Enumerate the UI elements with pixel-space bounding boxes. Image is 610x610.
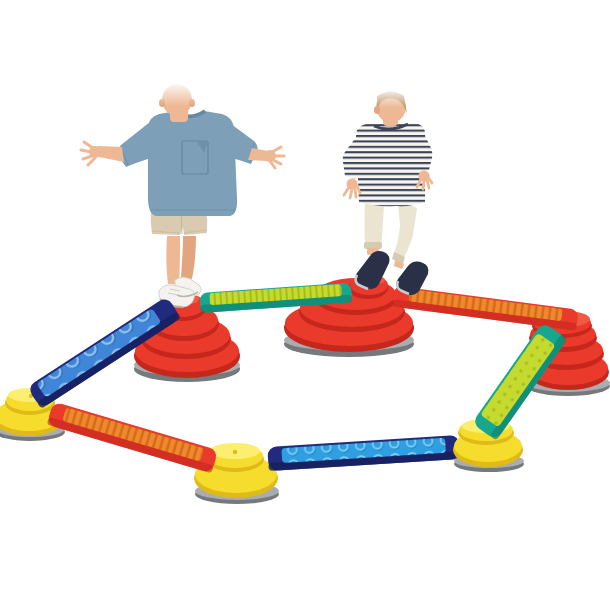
cream-trouser-leg bbox=[365, 202, 385, 247]
beam-top-orange bbox=[392, 286, 579, 331]
child-left-leg bbox=[181, 236, 196, 279]
face-privacy-fade bbox=[148, 56, 208, 106]
child-right bbox=[343, 68, 433, 295]
child-left-leg bbox=[166, 236, 180, 284]
beam-bottom-blue bbox=[267, 435, 460, 471]
rolled-cuff bbox=[364, 242, 382, 249]
child-left bbox=[81, 56, 284, 307]
striped-shirt bbox=[356, 123, 425, 206]
product-photo-balance-beam-course bbox=[0, 0, 610, 610]
beam-bottom-red bbox=[47, 401, 219, 473]
stone-top-hole bbox=[233, 450, 237, 454]
face-privacy-fade bbox=[366, 68, 418, 108]
scene-illustration bbox=[0, 0, 610, 610]
cream-trouser-leg bbox=[394, 203, 417, 257]
